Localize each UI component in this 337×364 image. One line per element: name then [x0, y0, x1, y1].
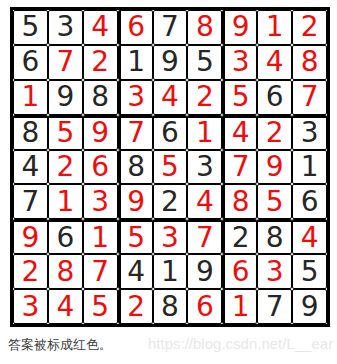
- cell-r8c3: 7: [83, 254, 118, 289]
- cell-r7c9: 4: [292, 219, 327, 254]
- cell-r9c1: 3: [13, 289, 48, 324]
- cell-r6c8: 5: [257, 184, 292, 219]
- cell-r2c7: 3: [222, 45, 257, 80]
- cell-r7c2: 6: [48, 219, 83, 254]
- cell-r3c4: 3: [118, 80, 153, 115]
- cell-r5c2: 2: [48, 150, 83, 185]
- cell-r4c9: 3: [292, 115, 327, 150]
- cell-r3c3: 8: [83, 80, 118, 115]
- cell-r9c6: 6: [187, 289, 222, 324]
- cell-r2c1: 6: [13, 45, 48, 80]
- cell-r6c5: 2: [153, 184, 188, 219]
- cell-r9c8: 7: [257, 289, 292, 324]
- cell-r8c7: 6: [222, 254, 257, 289]
- sudoku-diagram: 5346789126721953481983425678597614234268…: [0, 0, 337, 364]
- cell-r5c4: 8: [118, 150, 153, 185]
- cell-r4c3: 9: [83, 115, 118, 150]
- cell-r4c6: 1: [187, 115, 222, 150]
- cell-r6c9: 6: [292, 184, 327, 219]
- cell-r6c3: 3: [83, 184, 118, 219]
- cell-r4c2: 5: [48, 115, 83, 150]
- cell-r7c5: 3: [153, 219, 188, 254]
- cell-r8c8: 3: [257, 254, 292, 289]
- cell-r8c2: 8: [48, 254, 83, 289]
- cell-r5c7: 7: [222, 150, 257, 185]
- cell-r5c8: 9: [257, 150, 292, 185]
- cell-r7c8: 8: [257, 219, 292, 254]
- cell-r6c1: 7: [13, 184, 48, 219]
- cell-r7c7: 2: [222, 219, 257, 254]
- cell-r1c9: 2: [292, 10, 327, 45]
- cell-r5c9: 1: [292, 150, 327, 185]
- cell-r4c8: 2: [257, 115, 292, 150]
- cell-r7c6: 7: [187, 219, 222, 254]
- cell-r5c3: 6: [83, 150, 118, 185]
- cell-r7c3: 1: [83, 219, 118, 254]
- cell-r2c5: 9: [153, 45, 188, 80]
- cell-r3c6: 2: [187, 80, 222, 115]
- cell-r2c3: 2: [83, 45, 118, 80]
- cell-r2c8: 4: [257, 45, 292, 80]
- cell-r4c7: 4: [222, 115, 257, 150]
- cell-r9c9: 9: [292, 289, 327, 324]
- cell-r3c2: 9: [48, 80, 83, 115]
- cell-r6c2: 1: [48, 184, 83, 219]
- cell-r6c4: 9: [118, 184, 153, 219]
- cell-r1c1: 5: [13, 10, 48, 45]
- cell-r1c8: 1: [257, 10, 292, 45]
- cell-r3c9: 7: [292, 80, 327, 115]
- cell-r9c4: 2: [118, 289, 153, 324]
- cell-r4c4: 7: [118, 115, 153, 150]
- cell-r2c4: 1: [118, 45, 153, 80]
- cell-r9c7: 1: [222, 289, 257, 324]
- cell-r7c1: 9: [13, 219, 48, 254]
- cell-r5c5: 5: [153, 150, 188, 185]
- cell-r2c9: 8: [292, 45, 327, 80]
- sudoku-board: 5346789126721953481983425678597614234268…: [10, 7, 330, 327]
- cell-r4c1: 8: [13, 115, 48, 150]
- cell-r7c4: 5: [118, 219, 153, 254]
- cell-r2c6: 5: [187, 45, 222, 80]
- cell-r1c4: 6: [118, 10, 153, 45]
- cell-r5c6: 3: [187, 150, 222, 185]
- cell-r6c7: 8: [222, 184, 257, 219]
- caption: 答案被标成红色。: [8, 336, 112, 354]
- cell-r1c5: 7: [153, 10, 188, 45]
- watermark: https://blog.csdn.net/L__ear: [148, 335, 333, 352]
- cell-r5c1: 4: [13, 150, 48, 185]
- cell-r3c8: 6: [257, 80, 292, 115]
- cell-r9c3: 5: [83, 289, 118, 324]
- cell-r1c2: 3: [48, 10, 83, 45]
- cell-r8c1: 2: [13, 254, 48, 289]
- cell-r9c2: 4: [48, 289, 83, 324]
- cell-r2c2: 7: [48, 45, 83, 80]
- cell-r3c1: 1: [13, 80, 48, 115]
- cell-r8c6: 9: [187, 254, 222, 289]
- cell-r8c5: 1: [153, 254, 188, 289]
- cell-r1c6: 8: [187, 10, 222, 45]
- cell-r3c7: 5: [222, 80, 257, 115]
- cell-r8c9: 5: [292, 254, 327, 289]
- cell-r1c3: 4: [83, 10, 118, 45]
- cell-r8c4: 4: [118, 254, 153, 289]
- cell-r3c5: 4: [153, 80, 188, 115]
- cell-r9c5: 8: [153, 289, 188, 324]
- cell-r4c5: 6: [153, 115, 188, 150]
- cell-r1c7: 9: [222, 10, 257, 45]
- cell-r6c6: 4: [187, 184, 222, 219]
